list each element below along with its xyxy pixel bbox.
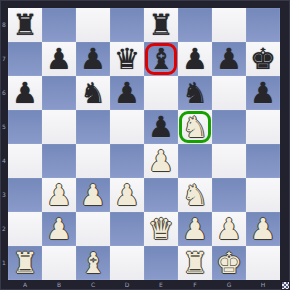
piece-white-pawn[interactable]: ♟ bbox=[212, 212, 246, 246]
piece-white-rook[interactable]: ♜ bbox=[8, 246, 42, 280]
piece-white-pawn[interactable]: ♟ bbox=[42, 178, 76, 212]
square-h6[interactable]: ♟ bbox=[246, 76, 280, 110]
square-d2[interactable] bbox=[110, 212, 144, 246]
square-c8[interactable] bbox=[76, 8, 110, 42]
piece-black-pawn[interactable]: ♟ bbox=[144, 110, 178, 144]
piece-black-rook[interactable]: ♜ bbox=[144, 8, 178, 42]
square-a8[interactable]: ♜ bbox=[8, 8, 42, 42]
square-h7[interactable]: ♚ bbox=[246, 42, 280, 76]
chess-board-frame: 87654321 ABCDEFGH ♜♜♟♟♛♝♟♟♚♟♞♟♞♟♟♞♟♟♟♟♞♟… bbox=[0, 0, 290, 290]
piece-black-knight[interactable]: ♞ bbox=[178, 76, 212, 110]
square-c5[interactable] bbox=[76, 110, 110, 144]
square-b5[interactable] bbox=[42, 110, 76, 144]
piece-black-rook[interactable]: ♜ bbox=[8, 8, 42, 42]
square-f1[interactable]: ♜ bbox=[178, 246, 212, 280]
file-label-d: D bbox=[110, 280, 144, 290]
square-h8[interactable] bbox=[246, 8, 280, 42]
piece-white-pawn[interactable]: ♟ bbox=[144, 144, 178, 178]
file-label-c: C bbox=[76, 280, 110, 290]
rank-labels: 87654321 bbox=[0, 8, 8, 280]
square-f6[interactable]: ♞ bbox=[178, 76, 212, 110]
rank-label-6: 6 bbox=[0, 76, 8, 110]
square-g2[interactable]: ♟ bbox=[212, 212, 246, 246]
rank-label-3: 3 bbox=[0, 178, 8, 212]
piece-white-pawn[interactable]: ♟ bbox=[178, 212, 212, 246]
square-a7[interactable] bbox=[8, 42, 42, 76]
square-c3[interactable]: ♟ bbox=[76, 178, 110, 212]
square-h5[interactable] bbox=[246, 110, 280, 144]
square-e5[interactable]: ♟ bbox=[144, 110, 178, 144]
piece-white-bishop[interactable]: ♝ bbox=[76, 246, 110, 280]
square-g8[interactable] bbox=[212, 8, 246, 42]
square-c6[interactable]: ♞ bbox=[76, 76, 110, 110]
square-e3[interactable] bbox=[144, 178, 178, 212]
square-a6[interactable]: ♟ bbox=[8, 76, 42, 110]
piece-black-pawn[interactable]: ♟ bbox=[76, 42, 110, 76]
square-f8[interactable] bbox=[178, 8, 212, 42]
square-d3[interactable]: ♟ bbox=[110, 178, 144, 212]
file-label-e: E bbox=[144, 280, 178, 290]
piece-white-pawn[interactable]: ♟ bbox=[76, 178, 110, 212]
piece-white-knight[interactable]: ♞ bbox=[178, 178, 212, 212]
rank-label-7: 7 bbox=[0, 42, 8, 76]
square-h2[interactable]: ♟ bbox=[246, 212, 280, 246]
square-d5[interactable] bbox=[110, 110, 144, 144]
piece-black-pawn[interactable]: ♟ bbox=[212, 42, 246, 76]
square-d1[interactable] bbox=[110, 246, 144, 280]
square-b7[interactable]: ♟ bbox=[42, 42, 76, 76]
piece-white-rook[interactable]: ♜ bbox=[178, 246, 212, 280]
square-g4[interactable] bbox=[212, 144, 246, 178]
file-label-f: F bbox=[178, 280, 212, 290]
square-g1[interactable]: ♚ bbox=[212, 246, 246, 280]
rank-label-1: 1 bbox=[0, 246, 8, 280]
file-label-h: H bbox=[246, 280, 280, 290]
square-b8[interactable] bbox=[42, 8, 76, 42]
square-c7[interactable]: ♟ bbox=[76, 42, 110, 76]
file-label-a: A bbox=[8, 280, 42, 290]
square-b4[interactable] bbox=[42, 144, 76, 178]
square-f3[interactable]: ♞ bbox=[178, 178, 212, 212]
file-labels: ABCDEFGH bbox=[8, 280, 280, 290]
square-g3[interactable] bbox=[212, 178, 246, 212]
piece-black-bishop[interactable]: ♝ bbox=[144, 42, 178, 76]
rank-label-8: 8 bbox=[0, 8, 8, 42]
square-h4[interactable] bbox=[246, 144, 280, 178]
piece-black-pawn[interactable]: ♟ bbox=[42, 42, 76, 76]
square-e8[interactable]: ♜ bbox=[144, 8, 178, 42]
piece-black-queen[interactable]: ♛ bbox=[110, 42, 144, 76]
square-f7[interactable]: ♟ bbox=[178, 42, 212, 76]
file-label-b: B bbox=[42, 280, 76, 290]
square-e1[interactable] bbox=[144, 246, 178, 280]
piece-black-pawn[interactable]: ♟ bbox=[110, 76, 144, 110]
square-c2[interactable] bbox=[76, 212, 110, 246]
square-f5[interactable]: ♞ bbox=[178, 110, 212, 144]
piece-white-pawn[interactable]: ♟ bbox=[42, 212, 76, 246]
square-b1[interactable] bbox=[42, 246, 76, 280]
file-label-g: G bbox=[212, 280, 246, 290]
square-e4[interactable]: ♟ bbox=[144, 144, 178, 178]
square-d8[interactable] bbox=[110, 8, 144, 42]
square-g5[interactable] bbox=[212, 110, 246, 144]
square-g6[interactable] bbox=[212, 76, 246, 110]
square-d6[interactable]: ♟ bbox=[110, 76, 144, 110]
square-e2[interactable]: ♛ bbox=[144, 212, 178, 246]
piece-white-pawn[interactable]: ♟ bbox=[110, 178, 144, 212]
piece-black-knight[interactable]: ♞ bbox=[76, 76, 110, 110]
square-c4[interactable] bbox=[76, 144, 110, 178]
square-h3[interactable] bbox=[246, 178, 280, 212]
rank-label-2: 2 bbox=[0, 212, 8, 246]
piece-white-knight[interactable]: ♞ bbox=[178, 110, 212, 144]
piece-white-queen[interactable]: ♛ bbox=[144, 212, 178, 246]
piece-white-pawn[interactable]: ♟ bbox=[246, 212, 280, 246]
piece-white-king[interactable]: ♚ bbox=[212, 246, 246, 280]
chess-board[interactable]: ♜♜♟♟♛♝♟♟♚♟♞♟♞♟♟♞♟♟♟♟♞♟♛♟♟♟♜♝♜♚ bbox=[8, 8, 280, 280]
square-d4[interactable] bbox=[110, 144, 144, 178]
piece-black-pawn[interactable]: ♟ bbox=[8, 76, 42, 110]
mini-board-icon[interactable] bbox=[282, 282, 289, 289]
square-b3[interactable]: ♟ bbox=[42, 178, 76, 212]
square-e6[interactable] bbox=[144, 76, 178, 110]
square-a2[interactable] bbox=[8, 212, 42, 246]
square-b2[interactable]: ♟ bbox=[42, 212, 76, 246]
square-h1[interactable] bbox=[246, 246, 280, 280]
square-f2[interactable]: ♟ bbox=[178, 212, 212, 246]
square-a3[interactable] bbox=[8, 178, 42, 212]
square-a1[interactable]: ♜ bbox=[8, 246, 42, 280]
piece-black-pawn[interactable]: ♟ bbox=[246, 76, 280, 110]
square-a4[interactable] bbox=[8, 144, 42, 178]
square-c1[interactable]: ♝ bbox=[76, 246, 110, 280]
rank-label-4: 4 bbox=[0, 144, 8, 178]
piece-black-king[interactable]: ♚ bbox=[246, 42, 280, 76]
square-d7[interactable]: ♛ bbox=[110, 42, 144, 76]
square-f4[interactable] bbox=[178, 144, 212, 178]
square-b6[interactable] bbox=[42, 76, 76, 110]
piece-black-pawn[interactable]: ♟ bbox=[178, 42, 212, 76]
square-e7[interactable]: ♝ bbox=[144, 42, 178, 76]
rank-label-5: 5 bbox=[0, 110, 8, 144]
square-a5[interactable] bbox=[8, 110, 42, 144]
square-g7[interactable]: ♟ bbox=[212, 42, 246, 76]
